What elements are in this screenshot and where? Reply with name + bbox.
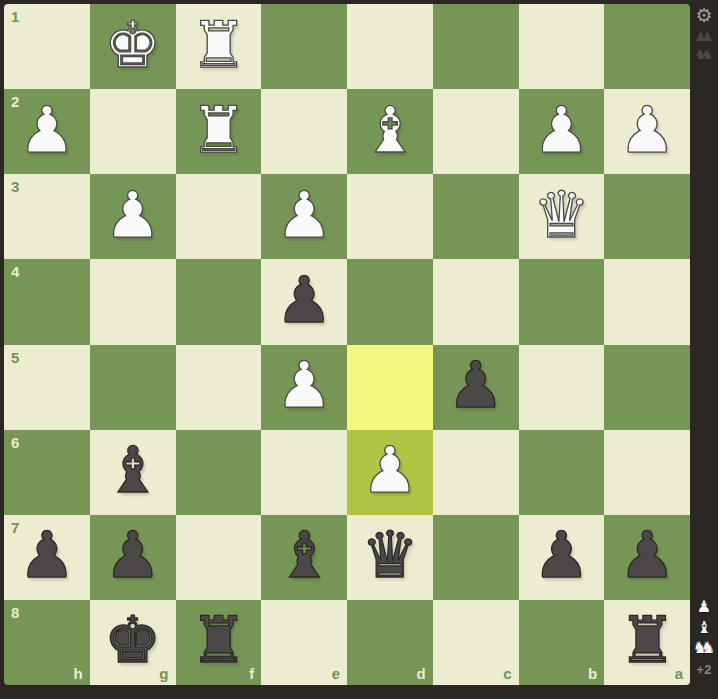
square-c7[interactable] (433, 515, 519, 600)
square-h4[interactable]: 4 (4, 259, 90, 344)
square-h2[interactable]: 2♟ (4, 89, 90, 174)
right-sidebar: ⚙♟♟♞♞ ♟♝♞♞+2 (690, 0, 718, 699)
file-label-d: d (417, 666, 426, 681)
square-h1[interactable]: 1 (4, 4, 90, 89)
chess-app-screen: 1♚♜2♟♜♝♟♟3♟♟♛4♟5♟♟6♝♟7♟♟♝♛♟♟8hg♚f♜edcba♜… (0, 0, 718, 699)
square-h3[interactable]: 3 (4, 174, 90, 259)
black-rook-f8[interactable]: ♜ (190, 608, 247, 672)
square-d8[interactable]: d (347, 600, 433, 685)
square-e4[interactable]: ♟ (261, 259, 347, 344)
square-a1[interactable] (604, 4, 690, 89)
white-pawn-a2[interactable]: ♟ (618, 98, 675, 162)
square-e5[interactable]: ♟ (261, 345, 347, 430)
square-h8[interactable]: 8h (4, 600, 90, 685)
square-g2[interactable] (90, 89, 176, 174)
black-king-g8[interactable]: ♚ (104, 608, 161, 672)
white-pawn-e5[interactable]: ♟ (275, 353, 332, 417)
rank-label-6: 6 (11, 435, 19, 450)
square-e8[interactable]: e (261, 600, 347, 685)
square-c3[interactable] (433, 174, 519, 259)
chess-board: 1♚♜2♟♜♝♟♟3♟♟♛4♟5♟♟6♝♟7♟♟♝♛♟♟8hg♚f♜edcba♜ (4, 4, 690, 685)
square-e6[interactable] (261, 430, 347, 515)
square-b5[interactable] (519, 345, 605, 430)
square-b4[interactable] (519, 259, 605, 344)
rank-label-5: 5 (11, 350, 19, 365)
square-h6[interactable]: 6 (4, 430, 90, 515)
square-d5[interactable] (347, 345, 433, 430)
file-label-e: e (332, 666, 340, 681)
square-c2[interactable] (433, 89, 519, 174)
square-f4[interactable] (176, 259, 262, 344)
black-bishop-e7[interactable]: ♝ (275, 523, 332, 587)
square-d3[interactable] (347, 174, 433, 259)
square-h7[interactable]: 7♟ (4, 515, 90, 600)
square-d7[interactable]: ♛ (347, 515, 433, 600)
square-b2[interactable]: ♟ (519, 89, 605, 174)
file-label-a: a (675, 666, 683, 681)
square-f6[interactable] (176, 430, 262, 515)
square-a7[interactable]: ♟ (604, 515, 690, 600)
captured-white-pawn-icon: ♟ (697, 598, 711, 616)
square-g1[interactable]: ♚ (90, 4, 176, 89)
square-e7[interactable]: ♝ (261, 515, 347, 600)
square-a2[interactable]: ♟ (604, 89, 690, 174)
square-f5[interactable] (176, 345, 262, 430)
square-a5[interactable] (604, 345, 690, 430)
rank-label-1: 1 (11, 9, 19, 24)
white-pawn-d6[interactable]: ♟ (361, 438, 418, 502)
square-b8[interactable]: b (519, 600, 605, 685)
square-b1[interactable] (519, 4, 605, 89)
square-h5[interactable]: 5 (4, 345, 90, 430)
file-label-h: h (74, 666, 83, 681)
square-c5[interactable]: ♟ (433, 345, 519, 430)
square-e3[interactable]: ♟ (261, 174, 347, 259)
square-d1[interactable] (347, 4, 433, 89)
white-pawn-h2[interactable]: ♟ (18, 98, 75, 162)
square-e2[interactable] (261, 89, 347, 174)
rank-label-3: 3 (11, 179, 19, 194)
square-c4[interactable] (433, 259, 519, 344)
square-f7[interactable] (176, 515, 262, 600)
square-f8[interactable]: f♜ (176, 600, 262, 685)
file-label-b: b (588, 666, 597, 681)
black-bishop-g6[interactable]: ♝ (104, 438, 161, 502)
square-f2[interactable]: ♜ (176, 89, 262, 174)
board-pieces-knights-icon[interactable]: ♞♞ (695, 48, 713, 61)
black-pawn-h7[interactable]: ♟ (18, 523, 75, 587)
rank-label-8: 8 (11, 605, 19, 620)
black-queen-d7[interactable]: ♛ (361, 523, 418, 587)
captured-pieces-tray: ♟♝♞♞+2 (690, 598, 718, 677)
square-d6[interactable]: ♟ (347, 430, 433, 515)
white-bishop-d2[interactable]: ♝ (361, 98, 418, 162)
white-pawn-e3[interactable]: ♟ (275, 183, 332, 247)
square-g8[interactable]: g♚ (90, 600, 176, 685)
square-g4[interactable] (90, 259, 176, 344)
players-pawns-icon[interactable]: ♟♟ (695, 30, 713, 43)
square-g6[interactable]: ♝ (90, 430, 176, 515)
square-g7[interactable]: ♟ (90, 515, 176, 600)
square-c8[interactable]: c (433, 600, 519, 685)
file-label-f: f (249, 666, 254, 681)
square-b3[interactable]: ♛ (519, 174, 605, 259)
square-a3[interactable] (604, 174, 690, 259)
square-a8[interactable]: a♜ (604, 600, 690, 685)
square-a4[interactable] (604, 259, 690, 344)
square-a6[interactable] (604, 430, 690, 515)
white-rook-f2[interactable]: ♜ (190, 98, 247, 162)
white-rook-f1[interactable]: ♜ (190, 13, 247, 77)
rank-label-4: 4 (11, 264, 19, 279)
square-d2[interactable]: ♝ (347, 89, 433, 174)
white-queen-b3[interactable]: ♛ (533, 183, 590, 247)
square-b6[interactable] (519, 430, 605, 515)
square-b7[interactable]: ♟ (519, 515, 605, 600)
settings-gear-icon[interactable]: ⚙ (695, 6, 712, 25)
square-g5[interactable] (90, 345, 176, 430)
square-f1[interactable]: ♜ (176, 4, 262, 89)
square-f3[interactable] (176, 174, 262, 259)
material-score: +2 (697, 660, 712, 677)
black-pawn-g7[interactable]: ♟ (104, 523, 161, 587)
captured-white-knights-icon: ♞♞ (693, 639, 716, 657)
white-pawn-g3[interactable]: ♟ (104, 183, 161, 247)
square-d4[interactable] (347, 259, 433, 344)
white-king-g1[interactable]: ♚ (104, 13, 161, 77)
file-label-c: c (503, 666, 511, 681)
square-e1[interactable] (261, 4, 347, 89)
black-pawn-a7[interactable]: ♟ (618, 523, 675, 587)
captured-white-bishop-icon: ♝ (697, 619, 711, 637)
square-g3[interactable]: ♟ (90, 174, 176, 259)
black-pawn-e4[interactable]: ♟ (275, 268, 332, 332)
white-pawn-b2[interactable]: ♟ (533, 98, 590, 162)
black-pawn-c5[interactable]: ♟ (447, 353, 504, 417)
black-rook-a8[interactable]: ♜ (618, 608, 675, 672)
square-c1[interactable] (433, 4, 519, 89)
sidebar-top-icons: ⚙♟♟♞♞ (690, 6, 718, 61)
black-pawn-b7[interactable]: ♟ (533, 523, 590, 587)
square-c6[interactable] (433, 430, 519, 515)
